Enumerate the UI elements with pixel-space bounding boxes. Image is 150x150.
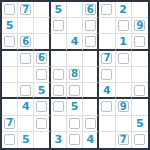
big-digit-marker: [20, 53, 31, 64]
cell-r6c5[interactable]: [67, 83, 83, 99]
cell-r3c1[interactable]: [2, 34, 18, 50]
big-digit-marker: 9: [118, 101, 129, 112]
cell-r4c9[interactable]: [132, 51, 148, 67]
big-digit-marker: [20, 85, 31, 96]
big-digit-marker: 8: [69, 69, 80, 80]
cell-r7c4[interactable]: [51, 99, 67, 115]
cell-r9c8[interactable]: 7: [116, 132, 132, 148]
big-digit-marker: [53, 85, 64, 96]
cell-r6c9[interactable]: [132, 83, 148, 99]
big-digit-marker: 6: [85, 4, 96, 15]
cell-r3c9[interactable]: [132, 34, 148, 50]
given-digit: 6: [22, 37, 29, 47]
cell-r9c3[interactable]: [34, 132, 50, 148]
given-digit: 1: [119, 36, 127, 47]
cell-r3c5[interactable]: 4: [67, 34, 83, 50]
given-digit: 5: [22, 134, 30, 145]
cell-r9c1[interactable]: [2, 132, 18, 148]
cell-r9c4[interactable]: 3: [51, 132, 67, 148]
cell-r4c7[interactable]: 7: [99, 51, 115, 67]
cell-r1c3[interactable]: [34, 2, 50, 18]
cell-r2c9[interactable]: 9: [132, 18, 148, 34]
cell-r9c9[interactable]: [132, 132, 148, 148]
cell-r1c6[interactable]: 6: [83, 2, 99, 18]
cell-r5c1[interactable]: [2, 67, 18, 83]
big-digit-marker: [4, 134, 15, 145]
big-digit-marker: 7: [118, 134, 129, 145]
cell-r4c1[interactable]: [2, 51, 18, 67]
given-digit: 9: [136, 21, 143, 31]
cell-r8c6[interactable]: [83, 116, 99, 132]
big-digit-marker: 6: [20, 36, 31, 47]
given-digit: 4: [71, 36, 79, 47]
cell-r9c2[interactable]: 5: [18, 132, 34, 148]
cell-r4c4[interactable]: [51, 51, 67, 67]
big-digit-marker: [69, 85, 80, 96]
given-digit: 5: [38, 85, 46, 96]
cell-r5c2[interactable]: [18, 67, 34, 83]
cell-r2c8[interactable]: [116, 18, 132, 34]
big-digit-marker: [36, 118, 47, 129]
given-digit: 5: [71, 101, 79, 112]
big-digit-marker: [85, 118, 96, 129]
cell-r7c5[interactable]: 5: [67, 99, 83, 115]
big-digit-marker: [85, 36, 96, 47]
cell-r8c5[interactable]: [67, 116, 83, 132]
given-digit: 6: [87, 5, 94, 15]
given-digit: 7: [6, 118, 13, 128]
given-digit: 5: [54, 4, 62, 15]
cell-r3c4[interactable]: [51, 34, 67, 50]
cell-r7c6[interactable]: [83, 99, 99, 115]
big-digit-marker: [101, 4, 112, 15]
cell-r2c6[interactable]: [83, 18, 99, 34]
given-digit: 7: [103, 53, 110, 63]
big-digit-marker: 7: [4, 118, 15, 129]
cell-r4c8[interactable]: [116, 51, 132, 67]
big-digit-marker: [101, 69, 112, 80]
cell-r2c4[interactable]: [51, 18, 67, 34]
cell-r3c8[interactable]: 1: [116, 34, 132, 50]
big-digit-marker: [53, 101, 64, 112]
given-digit: 7: [120, 135, 127, 145]
given-digit: 8: [71, 69, 78, 79]
cell-r4c2[interactable]: [18, 51, 34, 67]
cell-r1c4[interactable]: 5: [51, 2, 67, 18]
cell-r6c2[interactable]: [18, 83, 34, 99]
cell-r7c2[interactable]: 4: [18, 99, 34, 115]
given-digit: 4: [103, 85, 111, 96]
cell-r8c9[interactable]: 5: [132, 116, 148, 132]
cell-r1c1[interactable]: [2, 2, 18, 18]
cell-r5c7[interactable]: [99, 67, 115, 83]
cell-r3c3[interactable]: [34, 34, 50, 50]
given-digit: 7: [22, 5, 29, 15]
cell-r8c3[interactable]: [34, 116, 50, 132]
cell-r7c8[interactable]: 9: [116, 99, 132, 115]
given-digit: 4: [86, 134, 94, 145]
cell-r6c1[interactable]: [2, 83, 18, 99]
cell-r3c6[interactable]: [83, 34, 99, 50]
big-digit-marker: [118, 53, 129, 64]
big-digit-marker: [53, 20, 64, 31]
cell-r1c7[interactable]: [99, 2, 115, 18]
big-digit-marker: 7: [101, 53, 112, 64]
cell-r7c7[interactable]: [99, 99, 115, 115]
cell-r7c3[interactable]: [34, 99, 50, 115]
cell-r6c8[interactable]: [116, 83, 132, 99]
big-digit-marker: [118, 20, 129, 31]
given-digit: 3: [54, 134, 62, 145]
cell-r3c7[interactable]: [99, 34, 115, 50]
cell-r7c9[interactable]: [132, 99, 148, 115]
cell-r5c3[interactable]: [34, 67, 50, 83]
cell-r6c6[interactable]: [83, 83, 99, 99]
given-digit: 9: [120, 102, 127, 112]
big-digit-marker: [101, 101, 112, 112]
cell-r2c7[interactable]: [99, 18, 115, 34]
cell-r9c6[interactable]: 4: [83, 132, 99, 148]
given-digit: 2: [119, 4, 127, 15]
cell-r6c7[interactable]: 4: [99, 83, 115, 99]
big-digit-marker: [53, 69, 64, 80]
given-digit: 5: [136, 118, 144, 129]
big-digit-marker: [85, 20, 96, 31]
cell-r1c2[interactable]: 7: [18, 2, 34, 18]
cell-r5c4[interactable]: [51, 67, 67, 83]
cell-r2c1[interactable]: 5: [2, 18, 18, 34]
cell-r5c9[interactable]: [132, 67, 148, 83]
big-digit-marker: 7: [20, 4, 31, 15]
given-digit: 6: [38, 53, 45, 63]
cell-r7c1[interactable]: [2, 99, 18, 115]
cell-r9c7[interactable]: [99, 132, 115, 148]
cell-r2c5[interactable]: [67, 18, 83, 34]
cell-r5c8[interactable]: [116, 67, 132, 83]
big-digit-marker: 6: [36, 53, 47, 64]
cell-r1c9[interactable]: [132, 2, 148, 18]
cell-r4c3[interactable]: 6: [34, 51, 50, 67]
cell-r8c7[interactable]: [99, 116, 115, 132]
cell-r1c5[interactable]: [67, 2, 83, 18]
cell-r5c6[interactable]: [83, 67, 99, 83]
cell-r4c5[interactable]: [67, 51, 83, 67]
sudoku-board: 75625964167854459755347: [0, 0, 150, 150]
cell-r5c5[interactable]: 8: [67, 67, 83, 83]
cell-r6c3[interactable]: 5: [34, 83, 50, 99]
cell-r2c3[interactable]: [34, 18, 50, 34]
big-digit-marker: [36, 101, 47, 112]
big-digit-marker: [4, 4, 15, 15]
big-digit-marker: [69, 118, 80, 129]
cell-r2c2[interactable]: [18, 18, 34, 34]
big-digit-marker: [134, 85, 145, 96]
big-digit-marker: [36, 69, 47, 80]
given-digit: 4: [22, 101, 30, 112]
cell-r9c5[interactable]: [67, 132, 83, 148]
cell-r1c8[interactable]: 2: [116, 2, 132, 18]
cell-r3c2[interactable]: 6: [18, 34, 34, 50]
cell-r4c6[interactable]: [83, 51, 99, 67]
big-digit-marker: 9: [134, 20, 145, 31]
big-digit-marker: [4, 36, 15, 47]
given-digit: 5: [6, 20, 14, 31]
big-digit-marker: [134, 36, 145, 47]
cell-r8c4[interactable]: [51, 116, 67, 132]
cell-r8c2[interactable]: [18, 116, 34, 132]
big-digit-marker: [69, 134, 80, 145]
cell-r8c1[interactable]: 7: [2, 116, 18, 132]
cell-r8c8[interactable]: [116, 116, 132, 132]
cell-r6c4[interactable]: [51, 83, 67, 99]
big-digit-marker: [134, 134, 145, 145]
